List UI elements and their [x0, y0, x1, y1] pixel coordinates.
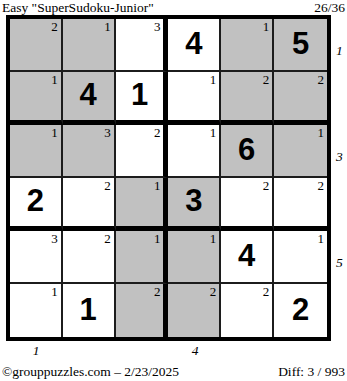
corner-mark: 1: [317, 231, 324, 246]
given-digit: 2: [10, 178, 61, 226]
corner-mark: 1: [51, 284, 58, 299]
cell-r3c1[interactable]: 1: [10, 125, 63, 178]
corner-mark: 2: [210, 284, 217, 299]
cell-r1c2[interactable]: 1: [63, 19, 116, 72]
cell-r6c3[interactable]: 2: [116, 284, 169, 337]
col-label-4: 4: [185, 343, 205, 358]
sudoku-board: 213415141122132161221322321141112222: [6, 15, 331, 341]
given-digit: 1: [116, 72, 164, 120]
cell-r1c1[interactable]: 2: [10, 19, 63, 72]
cell-r3c6[interactable]: 1: [274, 125, 327, 178]
corner-mark: 2: [104, 231, 111, 246]
cell-r5c1[interactable]: 3: [10, 231, 63, 284]
cell-r2c5[interactable]: 2: [221, 72, 274, 125]
given-digit: 5: [274, 19, 327, 70]
cell-r2c6[interactable]: 2: [274, 72, 327, 125]
cell-r6c2[interactable]: 1: [63, 284, 116, 337]
corner-mark: 1: [51, 72, 58, 87]
corner-mark: 2: [263, 284, 270, 299]
row-label-1: 1: [336, 43, 347, 58]
corner-mark: 2: [51, 19, 58, 34]
cell-r6c4[interactable]: 2: [168, 284, 221, 337]
cell-r3c5[interactable]: 6: [221, 125, 274, 178]
given-digit: 6: [221, 125, 272, 176]
cell-r6c6[interactable]: 2: [274, 284, 327, 337]
corner-mark: 2: [317, 72, 324, 87]
cell-r1c4[interactable]: 4: [168, 19, 221, 72]
corner-mark: 1: [104, 19, 111, 34]
corner-mark: 2: [263, 72, 270, 87]
copyright-text: ©grouppuzzles.com – 2/23/2025: [2, 364, 179, 379]
given-digit: 4: [168, 19, 219, 70]
given-digit: 2: [274, 284, 327, 337]
corner-mark: 1: [317, 125, 324, 140]
col-label-1: 1: [26, 343, 46, 358]
corner-mark: 1: [210, 231, 217, 246]
given-digit: 4: [221, 231, 272, 282]
header: Easy "SuperSudoku-Junior" 26/36: [2, 0, 345, 15]
given-digit: 1: [63, 284, 114, 337]
corner-mark: 2: [263, 178, 270, 193]
cell-r4c5[interactable]: 2: [221, 178, 274, 231]
cell-r5c6[interactable]: 1: [274, 231, 327, 284]
cell-r4c2[interactable]: 2: [63, 178, 116, 231]
cell-r5c2[interactable]: 2: [63, 231, 116, 284]
cell-r1c6[interactable]: 5: [274, 19, 327, 72]
progress-counter: 26/36: [314, 0, 345, 15]
corner-mark: 3: [104, 125, 111, 140]
cell-r3c2[interactable]: 3: [63, 125, 116, 178]
given-digit: 3: [168, 178, 219, 226]
cell-r5c4[interactable]: 1: [168, 231, 221, 284]
corner-mark: 3: [154, 19, 161, 34]
row-label-5: 5: [336, 255, 347, 270]
cell-r5c3[interactable]: 1: [116, 231, 169, 284]
cell-r4c1[interactable]: 2: [10, 178, 63, 231]
cell-r2c1[interactable]: 1: [10, 72, 63, 125]
cell-r3c3[interactable]: 2: [116, 125, 169, 178]
footer: ©grouppuzzles.com – 2/23/2025 Diff: 3 / …: [2, 364, 345, 380]
cell-r2c4[interactable]: 1: [168, 72, 221, 125]
cell-r4c3[interactable]: 1: [116, 178, 169, 231]
corner-mark: 2: [317, 178, 324, 193]
cell-r5c5[interactable]: 4: [221, 231, 274, 284]
cell-r1c3[interactable]: 3: [116, 19, 169, 72]
cell-r1c5[interactable]: 1: [221, 19, 274, 72]
cell-r6c1[interactable]: 1: [10, 284, 63, 337]
puzzle-title: Easy "SuperSudoku-Junior": [2, 0, 154, 15]
corner-mark: 3: [51, 231, 58, 246]
corner-mark: 1: [154, 178, 161, 193]
corner-mark: 2: [154, 284, 161, 299]
row-label-3: 3: [336, 149, 347, 164]
corner-mark: 1: [210, 125, 217, 140]
cell-r4c6[interactable]: 2: [274, 178, 327, 231]
difficulty-text: Diff: 3 / 993: [278, 364, 345, 379]
corner-mark: 1: [51, 125, 58, 140]
cell-r2c2[interactable]: 4: [63, 72, 116, 125]
cell-r6c5[interactable]: 2: [221, 284, 274, 337]
cell-r3c4[interactable]: 1: [168, 125, 221, 178]
cell-r4c4[interactable]: 3: [168, 178, 221, 231]
corner-mark: 1: [210, 72, 217, 87]
corner-mark: 1: [263, 19, 270, 34]
given-digit: 4: [63, 72, 114, 120]
cell-r2c3[interactable]: 1: [116, 72, 169, 125]
corner-mark: 2: [154, 125, 161, 140]
corner-mark: 1: [154, 231, 161, 246]
corner-mark: 2: [104, 178, 111, 193]
